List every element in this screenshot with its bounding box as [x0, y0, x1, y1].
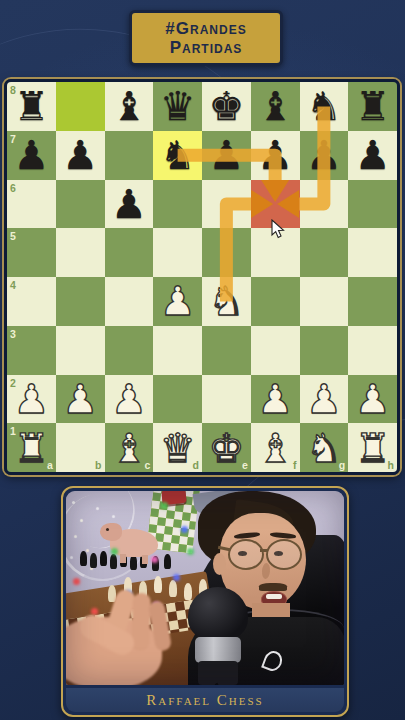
- title-line-2: Partidas: [170, 38, 243, 57]
- rank-label-3: 3: [10, 329, 16, 339]
- square-c2[interactable]: ♟: [105, 375, 154, 424]
- square-e6[interactable]: [202, 180, 251, 229]
- piece-white-king[interactable]: ♚: [208, 426, 244, 470]
- piece-black-pawn[interactable]: ♟: [208, 133, 244, 177]
- square-h2[interactable]: ♟: [348, 375, 397, 424]
- square-h8[interactable]: ♜: [348, 82, 397, 131]
- piece-black-pawn[interactable]: ♟: [306, 133, 342, 177]
- board-frame: 8♜♝♛♚♝♞♜7♟♟♞♟♟♟♟6♟54♟♞32♟♟♟♟♟♟1a♜bc♝d♛e♚…: [4, 79, 400, 475]
- capybara-plush-leg: [120, 554, 126, 563]
- square-b4[interactable]: [56, 277, 105, 326]
- square-b6[interactable]: [56, 180, 105, 229]
- caption-band: Raffael Chess: [66, 688, 344, 712]
- square-a7[interactable]: 7♟: [7, 131, 56, 180]
- square-e8[interactable]: ♚: [202, 82, 251, 131]
- square-c8[interactable]: ♝: [105, 82, 154, 131]
- piece-white-rook[interactable]: ♜: [355, 426, 391, 470]
- channel-name: Raffael Chess: [146, 692, 263, 709]
- square-h1[interactable]: h♜: [348, 423, 397, 472]
- piece-white-pawn[interactable]: ♟: [160, 279, 196, 323]
- square-f1[interactable]: f♝: [251, 423, 300, 472]
- webcam-video: [66, 491, 344, 685]
- square-e4[interactable]: ♞: [202, 277, 251, 326]
- square-g7[interactable]: ♟: [300, 131, 349, 180]
- piece-white-knight[interactable]: ♞: [306, 426, 342, 470]
- square-b7[interactable]: ♟: [56, 131, 105, 180]
- square-a2[interactable]: 2♟: [7, 375, 56, 424]
- string-lights: [72, 501, 75, 504]
- square-h6[interactable]: [348, 180, 397, 229]
- square-h5[interactable]: [348, 228, 397, 277]
- capybara-plush-head: [100, 523, 122, 541]
- square-b2[interactable]: ♟: [56, 375, 105, 424]
- square-d5[interactable]: [153, 228, 202, 277]
- piece-black-bishop[interactable]: ♝: [257, 84, 293, 128]
- square-e2[interactable]: [202, 375, 251, 424]
- square-d1[interactable]: d♛: [153, 423, 202, 472]
- piece-white-pawn[interactable]: ♟: [306, 377, 342, 421]
- file-label-b: b: [95, 460, 101, 470]
- square-d3[interactable]: [153, 326, 202, 375]
- file-label-d: d: [193, 460, 199, 470]
- square-e5[interactable]: [202, 228, 251, 277]
- title-line-1: #Grandes: [165, 19, 246, 38]
- board: 8♜♝♛♚♝♞♜7♟♟♞♟♟♟♟6♟54♟♞32♟♟♟♟♟♟1a♜bc♝d♛e♚…: [7, 82, 397, 472]
- led-lights: [66, 491, 71, 496]
- capybara-plush-eye: [106, 528, 109, 531]
- square-c1[interactable]: c♝: [105, 423, 154, 472]
- piece-black-bishop[interactable]: ♝: [111, 84, 147, 128]
- square-f8[interactable]: ♝: [251, 82, 300, 131]
- square-c7[interactable]: [105, 131, 154, 180]
- red-ornament: [161, 491, 186, 505]
- square-g4[interactable]: [300, 277, 349, 326]
- piece-black-pawn[interactable]: ♟: [355, 133, 391, 177]
- piece-white-pawn[interactable]: ♟: [13, 377, 49, 421]
- rank-label-1: 1: [10, 426, 16, 436]
- file-label-e: e: [242, 460, 248, 470]
- square-h4[interactable]: [348, 277, 397, 326]
- piece-black-rook[interactable]: ♜: [13, 84, 49, 128]
- square-c3[interactable]: [105, 326, 154, 375]
- piece-black-pawn[interactable]: ♟: [257, 133, 293, 177]
- title-banner: #Grandes Partidas: [129, 10, 283, 66]
- square-a1[interactable]: 1a♜: [7, 423, 56, 472]
- square-d8[interactable]: ♛: [153, 82, 202, 131]
- square-b5[interactable]: [56, 228, 105, 277]
- streamer-ear: [213, 553, 226, 575]
- black-chess-set-pieces: [80, 551, 87, 566]
- piece-black-king[interactable]: ♚: [208, 84, 244, 128]
- square-e7[interactable]: ♟: [202, 131, 251, 180]
- square-d7[interactable]: ♞: [153, 131, 202, 180]
- file-label-g: g: [339, 460, 345, 470]
- streamer-mustache: [259, 583, 287, 591]
- square-g2[interactable]: ♟: [300, 375, 349, 424]
- piece-black-queen[interactable]: ♛: [160, 84, 196, 128]
- square-c6[interactable]: ♟: [105, 180, 154, 229]
- square-g1[interactable]: g♞: [300, 423, 349, 472]
- square-c5[interactable]: [105, 228, 154, 277]
- square-a3[interactable]: 3: [7, 326, 56, 375]
- square-f5[interactable]: [251, 228, 300, 277]
- streamer-hand: [66, 595, 202, 685]
- square-a6[interactable]: 6: [7, 180, 56, 229]
- square-g6[interactable]: [300, 180, 349, 229]
- square-b3[interactable]: [56, 326, 105, 375]
- square-a8[interactable]: 8♜: [7, 82, 56, 131]
- square-d6[interactable]: [153, 180, 202, 229]
- square-h7[interactable]: ♟: [348, 131, 397, 180]
- piece-black-knight[interactable]: ♞: [160, 133, 196, 177]
- piece-white-pawn[interactable]: ♟: [355, 377, 391, 421]
- square-f2[interactable]: ♟: [251, 375, 300, 424]
- file-label-a: a: [47, 460, 53, 470]
- file-label-h: h: [388, 460, 394, 470]
- screen: #Grandes Partidas 8♜♝♛♚♝♞♜7♟♟♞♟♟♟♟6♟54♟♞…: [0, 0, 405, 720]
- piece-black-pawn[interactable]: ♟: [62, 133, 98, 177]
- streamer-teeth: [266, 594, 282, 599]
- piece-white-rook[interactable]: ♜: [13, 426, 49, 470]
- rank-label-2: 2: [10, 378, 16, 388]
- square-g5[interactable]: [300, 228, 349, 277]
- piece-black-knight[interactable]: ♞: [306, 84, 342, 128]
- piece-black-pawn[interactable]: ♟: [111, 182, 147, 226]
- glasses-bridge: [260, 549, 268, 552]
- rank-label-7: 7: [10, 134, 16, 144]
- square-g8[interactable]: ♞: [300, 82, 349, 131]
- piece-white-pawn[interactable]: ♟: [111, 377, 147, 421]
- square-f3[interactable]: [251, 326, 300, 375]
- piece-white-bishop[interactable]: ♝: [257, 426, 293, 470]
- piece-white-queen[interactable]: ♛: [160, 426, 196, 470]
- square-e1[interactable]: e♚: [202, 423, 251, 472]
- webcam-frame: Raffael Chess: [61, 486, 349, 717]
- file-label-c: c: [144, 460, 150, 470]
- piece-black-pawn[interactable]: ♟: [13, 133, 49, 177]
- glasses-lens: [228, 539, 264, 570]
- square-d2[interactable]: [153, 375, 202, 424]
- square-g3[interactable]: [300, 326, 349, 375]
- piece-white-bishop[interactable]: ♝: [111, 426, 147, 470]
- square-f4[interactable]: [251, 277, 300, 326]
- square-h3[interactable]: [348, 326, 397, 375]
- piece-black-rook[interactable]: ♜: [355, 84, 391, 128]
- square-a5[interactable]: 5: [7, 228, 56, 277]
- square-c4[interactable]: [105, 277, 154, 326]
- piece-white-pawn[interactable]: ♟: [62, 377, 98, 421]
- square-e3[interactable]: [202, 326, 251, 375]
- rank-label-4: 4: [10, 280, 16, 290]
- square-b1[interactable]: b: [56, 423, 105, 472]
- glasses-lens: [266, 539, 302, 570]
- rank-label-8: 8: [10, 85, 16, 95]
- piece-white-pawn[interactable]: ♟: [257, 377, 293, 421]
- file-label-f: f: [293, 460, 297, 470]
- square-b8[interactable]: [56, 82, 105, 131]
- piece-white-knight[interactable]: ♞: [208, 279, 244, 323]
- square-f7[interactable]: ♟: [251, 131, 300, 180]
- rank-label-5: 5: [10, 231, 16, 241]
- square-d4[interactable]: ♟: [153, 277, 202, 326]
- square-f6[interactable]: [251, 180, 300, 229]
- square-a4[interactable]: 4: [7, 277, 56, 326]
- rank-label-6: 6: [10, 183, 16, 193]
- capybara-plush-leg: [142, 555, 148, 564]
